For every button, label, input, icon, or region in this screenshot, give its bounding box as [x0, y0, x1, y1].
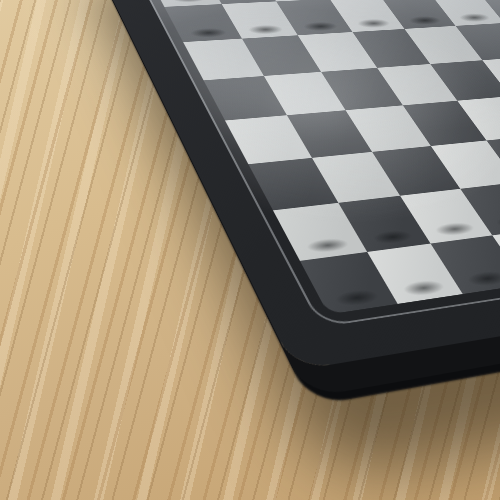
- camera-roll-wrapper: [0, 0, 500, 500]
- cell-c1: [430, 235, 500, 294]
- cell-a5: [203, 76, 286, 121]
- board-face: [88, 0, 500, 371]
- piece-shadow: [424, 218, 486, 241]
- piece-shadow: [455, 266, 500, 291]
- chess-board: [88, 0, 500, 371]
- perspective-wrapper: [0, 0, 500, 500]
- board-photo-stage: [0, 0, 500, 500]
